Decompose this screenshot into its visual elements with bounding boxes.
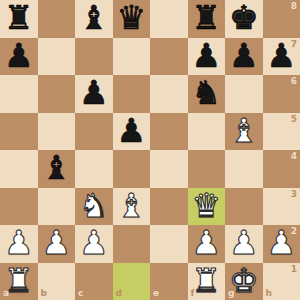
- rank-label-4: 4: [291, 152, 297, 161]
- square-a7[interactable]: ♟: [0, 38, 38, 76]
- square-b4[interactable]: ♝: [38, 150, 76, 188]
- square-f1[interactable]: f♜: [188, 263, 226, 300]
- square-h4[interactable]: 4: [263, 150, 301, 188]
- file-label-d: d: [116, 289, 122, 298]
- square-g6[interactable]: [225, 75, 263, 113]
- rank-label-7: 7: [291, 40, 297, 49]
- square-d1[interactable]: d: [113, 263, 151, 300]
- square-e6[interactable]: [150, 75, 188, 113]
- square-d2[interactable]: [113, 225, 151, 263]
- square-e7[interactable]: [150, 38, 188, 76]
- rank-label-8: 8: [291, 2, 297, 11]
- square-a8[interactable]: ♜: [0, 0, 38, 38]
- square-a4[interactable]: [0, 150, 38, 188]
- square-e8[interactable]: [150, 0, 188, 38]
- file-label-h: h: [266, 289, 272, 298]
- square-d5[interactable]: ♟: [113, 113, 151, 151]
- piece-black-pawn[interactable]: ♟: [4, 38, 34, 75]
- square-e2[interactable]: [150, 225, 188, 263]
- square-h7[interactable]: 7♟: [263, 38, 301, 76]
- square-a6[interactable]: [0, 75, 38, 113]
- square-b2[interactable]: ♟: [38, 225, 76, 263]
- square-g2[interactable]: ♟: [225, 225, 263, 263]
- square-c6[interactable]: ♟: [75, 75, 113, 113]
- square-h3[interactable]: 3: [263, 188, 301, 226]
- piece-black-rook[interactable]: ♜: [191, 0, 221, 37]
- square-a1[interactable]: a♜: [0, 263, 38, 300]
- square-g7[interactable]: ♟: [225, 38, 263, 76]
- piece-white-pawn[interactable]: ♟: [229, 225, 259, 262]
- square-b3[interactable]: [38, 188, 76, 226]
- square-f7[interactable]: ♟: [188, 38, 226, 76]
- rank-label-1: 1: [291, 265, 297, 274]
- piece-white-bishop[interactable]: ♝: [116, 188, 146, 225]
- piece-black-king[interactable]: ♚: [229, 0, 259, 37]
- square-e4[interactable]: [150, 150, 188, 188]
- square-h6[interactable]: 6: [263, 75, 301, 113]
- square-b8[interactable]: [38, 0, 76, 38]
- file-label-b: b: [41, 289, 47, 298]
- piece-white-pawn[interactable]: ♟: [4, 225, 34, 262]
- square-c3[interactable]: ♞: [75, 188, 113, 226]
- square-c7[interactable]: [75, 38, 113, 76]
- square-g5[interactable]: ♝: [225, 113, 263, 151]
- square-b5[interactable]: [38, 113, 76, 151]
- square-h8[interactable]: 8: [263, 0, 301, 38]
- piece-white-bishop[interactable]: ♝: [229, 113, 259, 150]
- file-label-e: e: [153, 289, 159, 298]
- square-d8[interactable]: ♛: [113, 0, 151, 38]
- piece-black-rook[interactable]: ♜: [4, 0, 34, 37]
- square-a3[interactable]: [0, 188, 38, 226]
- square-h2[interactable]: 2♟: [263, 225, 301, 263]
- chess-board: ♜♝♛♜♚8♟♟♟7♟♟♞6♟♝5♝4♞♝♛3♟♟♟♟♟2♟a♜bcdef♜g♚…: [0, 0, 300, 300]
- square-f6[interactable]: ♞: [188, 75, 226, 113]
- square-b1[interactable]: b: [38, 263, 76, 300]
- file-label-g: g: [228, 289, 234, 298]
- piece-black-pawn[interactable]: ♟: [79, 75, 109, 112]
- square-h1[interactable]: 1h: [263, 263, 301, 300]
- piece-black-pawn[interactable]: ♟: [191, 38, 221, 75]
- square-c8[interactable]: ♝: [75, 0, 113, 38]
- piece-black-bishop[interactable]: ♝: [79, 0, 109, 37]
- piece-black-pawn[interactable]: ♟: [116, 113, 146, 150]
- piece-black-knight[interactable]: ♞: [191, 75, 221, 112]
- piece-white-pawn[interactable]: ♟: [79, 225, 109, 262]
- rank-label-2: 2: [291, 227, 297, 236]
- file-label-a: a: [3, 289, 9, 298]
- piece-black-queen[interactable]: ♛: [116, 0, 146, 37]
- square-g8[interactable]: ♚: [225, 0, 263, 38]
- square-e3[interactable]: [150, 188, 188, 226]
- square-f8[interactable]: ♜: [188, 0, 226, 38]
- square-g4[interactable]: [225, 150, 263, 188]
- rank-label-6: 6: [291, 77, 297, 86]
- square-d7[interactable]: [113, 38, 151, 76]
- rank-label-3: 3: [291, 190, 297, 199]
- square-f4[interactable]: [188, 150, 226, 188]
- piece-white-rook[interactable]: ♜: [191, 263, 221, 300]
- square-a2[interactable]: ♟: [0, 225, 38, 263]
- square-d4[interactable]: [113, 150, 151, 188]
- square-g1[interactable]: g♚: [225, 263, 263, 300]
- piece-white-queen[interactable]: ♛: [191, 188, 221, 225]
- square-e5[interactable]: [150, 113, 188, 151]
- square-f5[interactable]: [188, 113, 226, 151]
- square-g3[interactable]: [225, 188, 263, 226]
- square-e1[interactable]: e: [150, 263, 188, 300]
- piece-white-knight[interactable]: ♞: [79, 188, 109, 225]
- square-f3[interactable]: ♛: [188, 188, 226, 226]
- piece-white-pawn[interactable]: ♟: [41, 225, 71, 262]
- square-d3[interactable]: ♝: [113, 188, 151, 226]
- square-d6[interactable]: [113, 75, 151, 113]
- square-c1[interactable]: c: [75, 263, 113, 300]
- square-b6[interactable]: [38, 75, 76, 113]
- square-f2[interactable]: ♟: [188, 225, 226, 263]
- square-c5[interactable]: [75, 113, 113, 151]
- file-label-f: f: [191, 289, 195, 298]
- piece-black-bishop[interactable]: ♝: [41, 150, 71, 187]
- file-label-c: c: [78, 289, 83, 298]
- square-a5[interactable]: [0, 113, 38, 151]
- piece-black-pawn[interactable]: ♟: [229, 38, 259, 75]
- square-b7[interactable]: [38, 38, 76, 76]
- square-c2[interactable]: ♟: [75, 225, 113, 263]
- rank-label-5: 5: [291, 115, 297, 124]
- square-h5[interactable]: 5: [263, 113, 301, 151]
- piece-white-pawn[interactable]: ♟: [191, 225, 221, 262]
- square-c4[interactable]: [75, 150, 113, 188]
